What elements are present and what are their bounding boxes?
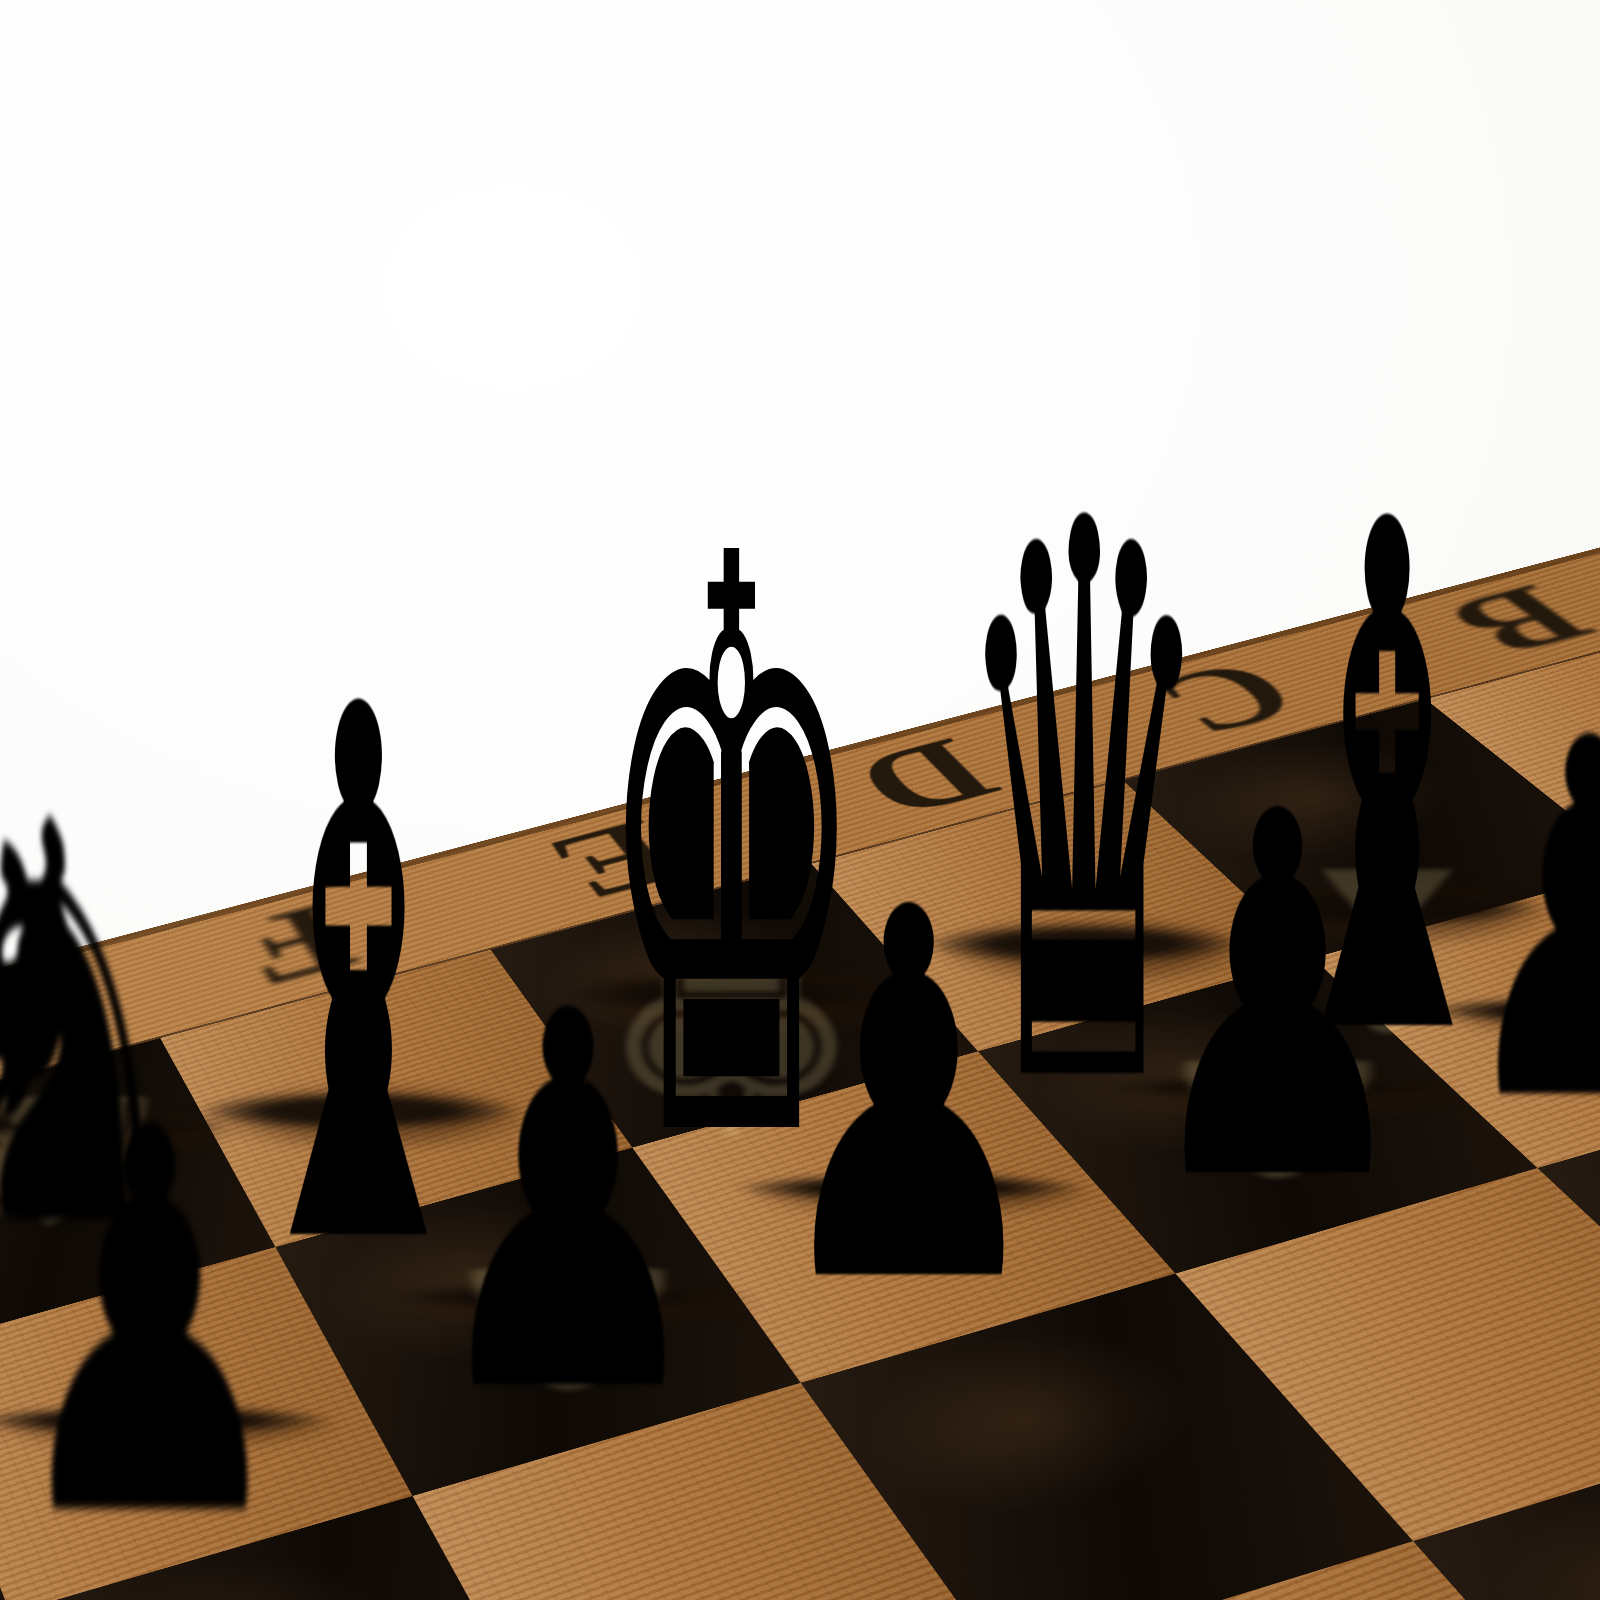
piece-body: ♟ bbox=[0, 1019, 314, 1600]
chess-photo-stage: HGFEDCBA ♞♞♝♚♚♛♝♝♟♟♟♟♟♟♟ bbox=[0, 0, 1600, 1600]
pawn-glyph: ♟ bbox=[4, 1031, 297, 1600]
pawn-glyph: ♟ bbox=[1453, 646, 1600, 1198]
pawn-glyph: ♟ bbox=[1138, 718, 1417, 1278]
piece-body: ♟ bbox=[408, 903, 729, 1506]
piece-body: ♟ bbox=[1122, 707, 1433, 1290]
pieces-layer: ♞♞♝♚♚♛♝♝♟♟♟♟♟♟♟ bbox=[0, 0, 1600, 1600]
pawn-glyph: ♟ bbox=[424, 915, 712, 1494]
piece-body: ♟ bbox=[1437, 635, 1600, 1209]
